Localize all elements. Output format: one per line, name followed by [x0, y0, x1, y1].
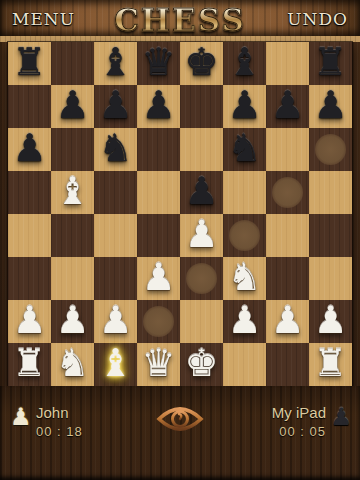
square-c8[interactable]: ♝	[94, 42, 137, 85]
player-black-info: My iPad 00 : 05	[272, 404, 326, 439]
square-e7[interactable]	[180, 85, 223, 128]
black-rook-h8: ♜	[309, 40, 352, 83]
square-g3[interactable]	[266, 257, 309, 300]
legal-move-dot-e3	[186, 263, 217, 294]
square-f4[interactable]	[223, 214, 266, 257]
black-pawn-h7: ♟	[309, 83, 352, 126]
square-d5[interactable]	[137, 171, 180, 214]
chess-app: MENU CHESS UNDO ♜♝♛♚♝♜♟♟♟♟♟♟♟♞♞♝♟♟♟♞♟♟♟♟…	[0, 0, 360, 480]
square-g2[interactable]: ♟	[266, 300, 309, 343]
square-a1[interactable]: ♜	[8, 343, 51, 386]
chess-board: ♜♝♛♚♝♜♟♟♟♟♟♟♟♞♞♝♟♟♟♞♟♟♟♟♟♟♜♞♝♛♚♜	[8, 42, 352, 386]
black-bishop-c8: ♝	[94, 40, 137, 83]
square-c1[interactable]: ♝	[94, 343, 137, 386]
square-g8[interactable]	[266, 42, 309, 85]
white-bishop-b5: ♝	[51, 169, 94, 212]
square-f7[interactable]: ♟	[223, 85, 266, 128]
legal-move-dot-d2	[143, 306, 174, 337]
square-b2[interactable]: ♟	[51, 300, 94, 343]
square-e8[interactable]: ♚	[180, 42, 223, 85]
square-a2[interactable]: ♟	[8, 300, 51, 343]
square-c3[interactable]	[94, 257, 137, 300]
black-pawn-g7: ♟	[266, 83, 309, 126]
white-bishop-c1: ♝	[94, 341, 137, 384]
legal-move-dot-f4	[229, 220, 260, 251]
square-h7[interactable]: ♟	[309, 85, 352, 128]
square-g6[interactable]	[266, 128, 309, 171]
legal-move-dot-g5	[272, 177, 303, 208]
square-d4[interactable]	[137, 214, 180, 257]
black-pawn-icon: ♟	[330, 404, 352, 430]
white-rook-a1: ♜	[8, 341, 51, 384]
square-h8[interactable]: ♜	[309, 42, 352, 85]
black-pawn-a6: ♟	[8, 126, 51, 169]
square-h6[interactable]	[309, 128, 352, 171]
square-d8[interactable]: ♛	[137, 42, 180, 85]
black-pawn-d7: ♟	[137, 83, 180, 126]
square-g4[interactable]	[266, 214, 309, 257]
square-d1[interactable]: ♛	[137, 343, 180, 386]
square-b1[interactable]: ♞	[51, 343, 94, 386]
player-white-clock: 00 : 18	[36, 424, 83, 439]
player-white-info: John 00 : 18	[36, 404, 83, 439]
square-g7[interactable]: ♟	[266, 85, 309, 128]
square-d3[interactable]: ♟	[137, 257, 180, 300]
black-pawn-b7: ♟	[51, 83, 94, 126]
square-a4[interactable]	[8, 214, 51, 257]
square-b3[interactable]	[51, 257, 94, 300]
player-white-name: John	[36, 404, 83, 421]
square-h1[interactable]: ♜	[309, 343, 352, 386]
square-h2[interactable]: ♟	[309, 300, 352, 343]
square-c6[interactable]: ♞	[94, 128, 137, 171]
square-a3[interactable]	[8, 257, 51, 300]
square-f3[interactable]: ♞	[223, 257, 266, 300]
white-knight-b1: ♞	[51, 341, 94, 384]
square-f2[interactable]: ♟	[223, 300, 266, 343]
black-pawn-f7: ♟	[223, 83, 266, 126]
square-a7[interactable]	[8, 85, 51, 128]
square-f1[interactable]	[223, 343, 266, 386]
white-queen-d1: ♛	[137, 341, 180, 384]
square-h4[interactable]	[309, 214, 352, 257]
square-h5[interactable]	[309, 171, 352, 214]
black-bishop-f8: ♝	[223, 40, 266, 83]
white-pawn-icon: ♟	[10, 404, 32, 430]
square-c2[interactable]: ♟	[94, 300, 137, 343]
white-pawn-a2: ♟	[8, 298, 51, 341]
square-g5[interactable]	[266, 171, 309, 214]
status-bar: ♟ John 00 : 18 My iPad 00 : 05 ♟	[0, 386, 360, 480]
square-e5[interactable]: ♟	[180, 171, 223, 214]
square-b7[interactable]: ♟	[51, 85, 94, 128]
black-knight-f6: ♞	[223, 126, 266, 169]
black-rook-a8: ♜	[8, 40, 51, 83]
square-f5[interactable]	[223, 171, 266, 214]
square-e4[interactable]: ♟	[180, 214, 223, 257]
white-pawn-g2: ♟	[266, 298, 309, 341]
square-c5[interactable]	[94, 171, 137, 214]
square-b8[interactable]	[51, 42, 94, 85]
white-pawn-b2: ♟	[51, 298, 94, 341]
square-a6[interactable]: ♟	[8, 128, 51, 171]
white-pawn-f2: ♟	[223, 298, 266, 341]
square-d2[interactable]	[137, 300, 180, 343]
header-bar: MENU CHESS UNDO	[0, 0, 360, 36]
square-e2[interactable]	[180, 300, 223, 343]
black-king-e8: ♚	[180, 40, 223, 83]
square-e6[interactable]	[180, 128, 223, 171]
square-a8[interactable]: ♜	[8, 42, 51, 85]
square-c4[interactable]	[94, 214, 137, 257]
square-e3[interactable]	[180, 257, 223, 300]
white-pawn-c2: ♟	[94, 298, 137, 341]
player-black-name: My iPad	[272, 404, 326, 421]
white-rook-h1: ♜	[309, 341, 352, 384]
square-b5[interactable]: ♝	[51, 171, 94, 214]
square-b6[interactable]	[51, 128, 94, 171]
black-knight-c6: ♞	[94, 126, 137, 169]
white-king-e1: ♚	[180, 341, 223, 384]
square-c7[interactable]: ♟	[94, 85, 137, 128]
white-pawn-e4: ♟	[180, 212, 223, 255]
player-black-clock: 00 : 05	[272, 424, 326, 439]
square-f6[interactable]: ♞	[223, 128, 266, 171]
square-f8[interactable]: ♝	[223, 42, 266, 85]
square-b4[interactable]	[51, 214, 94, 257]
white-knight-f3: ♞	[223, 255, 266, 298]
square-d6[interactable]	[137, 128, 180, 171]
eye-icon[interactable]	[156, 403, 204, 435]
square-g1[interactable]	[266, 343, 309, 386]
white-pawn-h2: ♟	[309, 298, 352, 341]
legal-move-dot-h6	[315, 134, 346, 165]
square-a5[interactable]	[8, 171, 51, 214]
black-pawn-e5: ♟	[180, 169, 223, 212]
square-e1[interactable]: ♚	[180, 343, 223, 386]
square-h3[interactable]	[309, 257, 352, 300]
black-pawn-c7: ♟	[94, 83, 137, 126]
undo-button[interactable]: UNDO	[287, 0, 348, 36]
black-queen-d8: ♛	[137, 40, 180, 83]
square-d7[interactable]: ♟	[137, 85, 180, 128]
white-pawn-d3: ♟	[137, 255, 180, 298]
